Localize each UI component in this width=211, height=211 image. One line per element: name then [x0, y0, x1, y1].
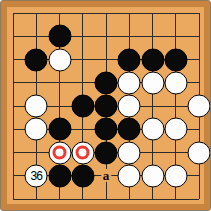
grid-line-v — [199, 71, 200, 94]
point-label-a: a — [101, 169, 111, 183]
grid-line-v — [82, 187, 83, 199]
intersection-c3-r4[interactable] — [48, 71, 71, 94]
intersection-c1-r2[interactable] — [1, 25, 24, 48]
intersection-c6-r6[interactable] — [118, 118, 141, 141]
grid-line-v — [106, 187, 107, 199]
intersection-c8-r1[interactable] — [164, 1, 187, 24]
intersection-c9-r7[interactable] — [187, 141, 210, 164]
black-stone — [141, 48, 164, 71]
white-stone — [118, 164, 141, 187]
intersection-c3-r9[interactable] — [48, 187, 71, 210]
grid-line-v — [175, 13, 176, 25]
black-stone — [48, 25, 71, 48]
grid-line-v — [82, 13, 83, 25]
grid-line-h — [187, 129, 199, 130]
black-stone — [25, 48, 48, 71]
intersection-c5-r3[interactable] — [94, 48, 117, 71]
intersection-c2-r6[interactable] — [25, 118, 48, 141]
intersection-c1-r3[interactable] — [1, 48, 24, 71]
intersection-c9-r3[interactable] — [187, 48, 210, 71]
grid-line-h — [13, 175, 25, 176]
grid-line-v — [175, 187, 176, 199]
grid-line-h — [187, 199, 199, 200]
grid-line-v — [152, 94, 153, 117]
white-stone — [188, 141, 211, 164]
grid-line-v — [152, 187, 153, 199]
go-diagram: 36a — [0, 0, 211, 211]
black-stone — [71, 164, 94, 187]
intersection-c2-r7[interactable] — [25, 141, 48, 164]
black-stone — [71, 95, 94, 118]
intersection-c6-r8[interactable] — [118, 164, 141, 187]
white-stone — [164, 71, 187, 94]
intersection-c3-r2[interactable] — [48, 25, 71, 48]
grid-line-v — [199, 13, 200, 25]
grid-line-h — [187, 36, 199, 37]
intersection-c7-r4[interactable] — [141, 71, 164, 94]
white-stone — [48, 48, 71, 71]
intersection-c1-r1[interactable] — [1, 1, 24, 24]
grid-line-v — [106, 25, 107, 48]
white-stone — [141, 164, 164, 187]
intersection-c8-r9[interactable] — [164, 187, 187, 210]
intersection-c5-r4[interactable] — [94, 71, 117, 94]
grid-line-v — [152, 141, 153, 164]
intersection-c5-r8[interactable]: a — [94, 164, 117, 187]
white-stone — [48, 141, 71, 164]
intersection-c6-r1[interactable] — [118, 1, 141, 24]
white-stone — [188, 95, 211, 118]
black-stone — [118, 118, 141, 141]
grid-line-v — [82, 48, 83, 71]
intersection-c7-r2[interactable] — [141, 25, 164, 48]
grid-line-v — [36, 71, 37, 94]
grid-line-h — [13, 106, 25, 107]
grid-line-h — [13, 82, 25, 83]
grid-line-v — [82, 118, 83, 141]
intersection-c2-r5[interactable] — [25, 94, 48, 117]
intersection-c8-r6[interactable] — [164, 118, 187, 141]
intersection-c4-r3[interactable] — [71, 48, 94, 71]
grid-line-v — [82, 25, 83, 48]
intersection-c4-r8[interactable] — [71, 164, 94, 187]
grid-line-v — [13, 118, 14, 141]
grid-line-v — [199, 118, 200, 141]
intersection-c3-r1[interactable] — [48, 1, 71, 24]
grid-line-v — [13, 94, 14, 117]
intersection-c6-r2[interactable] — [118, 25, 141, 48]
intersection-c1-r7[interactable] — [1, 141, 24, 164]
grid-line-v — [59, 94, 60, 117]
grid-line-v — [13, 13, 14, 25]
white-stone — [164, 164, 187, 187]
intersection-c1-r6[interactable] — [1, 118, 24, 141]
intersection-c6-r9[interactable] — [118, 187, 141, 210]
grid-line-h — [187, 175, 199, 176]
intersection-c6-r5[interactable] — [118, 94, 141, 117]
black-stone — [118, 48, 141, 71]
intersection-c1-r5[interactable] — [1, 94, 24, 117]
intersection-c3-r7[interactable] — [48, 141, 71, 164]
intersection-c4-r7[interactable] — [71, 141, 94, 164]
intersection-c8-r4[interactable] — [164, 71, 187, 94]
intersection-c9-r9[interactable] — [187, 187, 210, 210]
intersection-c2-r9[interactable] — [25, 187, 48, 210]
black-stone — [48, 118, 71, 141]
intersection-c6-r7[interactable] — [118, 141, 141, 164]
black-stone — [48, 164, 71, 187]
grid-line-v — [36, 187, 37, 199]
intersection-c3-r5[interactable] — [48, 94, 71, 117]
intersection-c5-r6[interactable] — [94, 118, 117, 141]
grid-line-v — [36, 141, 37, 164]
intersection-c1-r4[interactable] — [1, 71, 24, 94]
grid-line-v — [13, 164, 14, 187]
intersection-c9-r8[interactable] — [187, 164, 210, 187]
intersection-c5-r7[interactable] — [94, 141, 117, 164]
intersection-c7-r1[interactable] — [141, 1, 164, 24]
circle-mark-icon — [76, 146, 90, 160]
grid-line-h — [13, 36, 25, 37]
white-stone — [71, 141, 94, 164]
intersection-c1-r8[interactable] — [1, 164, 24, 187]
grid-line-v — [36, 25, 37, 48]
white-stone — [25, 95, 48, 118]
move-number-label: 36 — [30, 170, 42, 182]
intersection-c8-r7[interactable] — [164, 141, 187, 164]
intersection-c9-r5[interactable] — [187, 94, 210, 117]
black-stone — [95, 95, 118, 118]
intersection-c2-r8[interactable]: 36 — [25, 164, 48, 187]
intersection-c9-r2[interactable] — [187, 25, 210, 48]
grid-line-h — [187, 13, 199, 14]
grid-line-h — [13, 13, 25, 14]
intersection-c5-r1[interactable] — [94, 1, 117, 24]
grid-line-v — [82, 71, 83, 94]
grid-line-v — [59, 13, 60, 25]
grid-line-v — [129, 187, 130, 199]
grid-line-h — [13, 129, 25, 130]
go-board: 36a — [7, 7, 204, 204]
grid-line-v — [13, 25, 14, 48]
intersection-c9-r6[interactable] — [187, 118, 210, 141]
black-stone — [95, 71, 118, 94]
white-stone — [25, 118, 48, 141]
intersection-c4-r4[interactable] — [71, 71, 94, 94]
intersection-c1-r9[interactable] — [1, 187, 24, 210]
grid-line-v — [36, 13, 37, 25]
grid-line-v — [13, 141, 14, 164]
white-stone: 36 — [25, 164, 48, 187]
intersection-c2-r2[interactable] — [25, 25, 48, 48]
intersection-c8-r5[interactable] — [164, 94, 187, 117]
grid-line-v — [152, 25, 153, 48]
grid-line-v — [106, 13, 107, 25]
intersection-c4-r2[interactable] — [71, 25, 94, 48]
intersection-c4-r1[interactable] — [71, 1, 94, 24]
white-stone — [141, 71, 164, 94]
grid-line-v — [13, 187, 14, 199]
black-stone — [95, 118, 118, 141]
grid-line-h — [13, 59, 25, 60]
black-stone — [164, 48, 187, 71]
intersection-c7-r5[interactable] — [141, 94, 164, 117]
white-stone — [118, 141, 141, 164]
go-board-grid: 36a — [1, 1, 210, 210]
grid-line-h — [187, 82, 199, 83]
intersection-c8-r2[interactable] — [164, 25, 187, 48]
intersection-c8-r8[interactable] — [164, 164, 187, 187]
intersection-c7-r8[interactable] — [141, 164, 164, 187]
grid-line-v — [199, 25, 200, 48]
intersection-c7-r9[interactable] — [141, 187, 164, 210]
grid-line-v — [129, 25, 130, 48]
grid-line-v — [129, 13, 130, 25]
intersection-c2-r3[interactable] — [25, 48, 48, 71]
intersection-c7-r3[interactable] — [141, 48, 164, 71]
intersection-c7-r6[interactable] — [141, 118, 164, 141]
intersection-c5-r5[interactable] — [94, 94, 117, 117]
white-stone — [118, 71, 141, 94]
grid-line-v — [106, 48, 107, 71]
intersection-c4-r5[interactable] — [71, 94, 94, 117]
intersection-c2-r1[interactable] — [25, 1, 48, 24]
intersection-c6-r4[interactable] — [118, 71, 141, 94]
black-stone — [95, 141, 118, 164]
grid-line-v — [152, 13, 153, 25]
intersection-c5-r2[interactable] — [94, 25, 117, 48]
intersection-c4-r6[interactable] — [71, 118, 94, 141]
grid-line-h — [187, 59, 199, 60]
grid-line-v — [13, 71, 14, 94]
circle-mark-icon — [53, 146, 67, 160]
grid-line-v — [199, 187, 200, 199]
intersection-c3-r6[interactable] — [48, 118, 71, 141]
grid-line-v — [13, 48, 14, 71]
intersection-c7-r7[interactable] — [141, 141, 164, 164]
grid-line-v — [59, 71, 60, 94]
grid-line-v — [199, 164, 200, 187]
grid-line-v — [199, 48, 200, 71]
grid-line-v — [59, 187, 60, 199]
white-stone — [118, 95, 141, 118]
white-stone — [141, 118, 164, 141]
grid-line-v — [175, 141, 176, 164]
intersection-c4-r9[interactable] — [71, 187, 94, 210]
intersection-c5-r9[interactable] — [94, 187, 117, 210]
grid-line-h — [13, 152, 25, 153]
intersection-c2-r4[interactable] — [25, 71, 48, 94]
grid-line-v — [175, 25, 176, 48]
intersection-c8-r3[interactable] — [164, 48, 187, 71]
white-stone — [164, 118, 187, 141]
intersection-c9-r4[interactable] — [187, 71, 210, 94]
intersection-c9-r1[interactable] — [187, 1, 210, 24]
grid-line-h — [13, 199, 25, 200]
intersection-c6-r3[interactable] — [118, 48, 141, 71]
intersection-c3-r8[interactable] — [48, 164, 71, 187]
intersection-c3-r3[interactable] — [48, 48, 71, 71]
grid-line-v — [175, 94, 176, 117]
